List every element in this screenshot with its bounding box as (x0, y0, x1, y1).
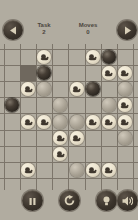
gray-marble (37, 82, 51, 96)
white-snail-marble (118, 66, 132, 80)
white-snail-marble (102, 163, 116, 177)
snail-icon (88, 118, 97, 126)
cell-r7c5[interactable] (69, 146, 85, 162)
next-task-button[interactable] (117, 20, 137, 40)
moves-label: Moves (68, 22, 108, 29)
cell-r3c1[interactable] (4, 81, 20, 97)
snail-icon (88, 53, 97, 61)
left-arrow-icon (9, 26, 18, 35)
cell-r2c5[interactable] (69, 65, 85, 81)
snail-icon (72, 85, 81, 93)
gray-marble (53, 98, 67, 112)
white-snail-marble (21, 163, 35, 177)
cell-r3c5[interactable] (69, 81, 85, 97)
snail-icon (24, 166, 33, 174)
cell-r7c6[interactable] (85, 146, 101, 162)
cell-r4c6[interactable] (85, 97, 101, 113)
cell-r7c8[interactable] (117, 146, 133, 162)
cell-r1c6[interactable] (85, 49, 101, 65)
cell-r5c5[interactable] (69, 114, 85, 130)
cell-r6c8[interactable] (117, 130, 133, 146)
cell-r6c4[interactable] (52, 130, 68, 146)
cell-r1c1[interactable] (4, 49, 20, 65)
cell-r8c3[interactable] (36, 162, 52, 178)
snail-icon (104, 69, 113, 77)
white-snail-marble (53, 147, 67, 161)
task-counter: Task 2 (24, 22, 64, 36)
cell-r7c7[interactable] (101, 146, 117, 162)
snail-icon (88, 166, 97, 174)
white-snail-marble (37, 115, 51, 129)
lightbulb-icon (102, 192, 111, 210)
cell-r1c8[interactable] (117, 49, 133, 65)
cell-r5c3[interactable] (36, 114, 52, 130)
cell-r4c8[interactable] (117, 97, 133, 113)
snail-icon (72, 134, 81, 142)
cell-r1c2[interactable] (20, 49, 36, 65)
white-snail-marble (102, 66, 116, 80)
cell-r2c6[interactable] (85, 65, 101, 81)
task-value: 2 (24, 29, 64, 36)
white-snail-marble (118, 98, 132, 112)
snail-icon (120, 101, 129, 109)
game-screen: Task 2 Moves 0 (0, 0, 138, 220)
board-grid (4, 49, 133, 178)
cell-r1c7[interactable] (101, 49, 117, 65)
cell-r4c2[interactable] (20, 97, 36, 113)
cell-r7c4[interactable] (52, 146, 68, 162)
white-snail-marble (102, 115, 116, 129)
cell-r8c5[interactable] (69, 162, 85, 178)
cell-r4c4[interactable] (52, 97, 68, 113)
gray-marble (53, 115, 67, 129)
cell-r1c4[interactable] (52, 49, 68, 65)
cell-r7c2[interactable] (20, 146, 36, 162)
cell-r8c4[interactable] (52, 162, 68, 178)
cell-r8c8[interactable] (117, 162, 133, 178)
cell-r6c2[interactable] (20, 130, 36, 146)
cell-r8c2[interactable] (20, 162, 36, 178)
hole-square (20, 65, 36, 81)
cell-r4c5[interactable] (69, 97, 85, 113)
cell-r3c4[interactable] (52, 81, 68, 97)
cell-r4c3[interactable] (36, 97, 52, 113)
dark-marble (86, 82, 100, 96)
speaker-icon (122, 192, 133, 210)
cell-r4c1[interactable] (4, 97, 20, 113)
gray-marble (70, 115, 84, 129)
sound-button[interactable] (117, 190, 138, 211)
cell-r1c3[interactable] (36, 49, 52, 65)
dark-marble (5, 98, 19, 112)
white-snail-marble (70, 131, 84, 145)
cell-r2c7[interactable] (101, 65, 117, 81)
cell-r6c6[interactable] (85, 130, 101, 146)
cell-r8c7[interactable] (101, 162, 117, 178)
white-snail-marble (86, 50, 100, 64)
white-snail-marble (118, 115, 132, 129)
cell-r5c4[interactable] (52, 114, 68, 130)
previous-task-button[interactable] (3, 20, 23, 40)
snail-icon (24, 85, 33, 93)
cell-r3c8[interactable] (117, 81, 133, 97)
cell-r7c1[interactable] (4, 146, 20, 162)
moves-counter: Moves 0 (68, 22, 108, 36)
cell-r5c2[interactable] (20, 114, 36, 130)
cell-r6c5[interactable] (69, 130, 85, 146)
dark-marble (102, 50, 116, 64)
snail-icon (104, 118, 113, 126)
cell-r2c3[interactable] (36, 65, 52, 81)
right-arrow-icon (123, 26, 132, 35)
cell-r2c4[interactable] (52, 65, 68, 81)
snail-icon (120, 69, 129, 77)
snail-icon (40, 118, 49, 126)
moves-value: 0 (68, 29, 108, 36)
cell-r7c3[interactable] (36, 146, 52, 162)
cell-r2c1[interactable] (4, 65, 20, 81)
white-snail-marble (86, 163, 100, 177)
cell-r5c7[interactable] (101, 114, 117, 130)
snail-icon (104, 166, 113, 174)
pause-button[interactable] (22, 190, 43, 211)
snail-icon (120, 118, 129, 126)
dark-marble (37, 66, 51, 80)
white-snail-marble (70, 82, 84, 96)
hint-button[interactable] (96, 190, 117, 211)
white-snail-marble (53, 131, 67, 145)
white-snail-marble (21, 82, 35, 96)
cell-r3c2[interactable] (20, 81, 36, 97)
cell-r6c3[interactable] (36, 130, 52, 146)
cell-r5c6[interactable] (85, 114, 101, 130)
task-label: Task (24, 22, 64, 29)
cell-r4c7[interactable] (101, 97, 117, 113)
pause-icon (28, 192, 37, 210)
gray-marble (118, 82, 132, 96)
cell-r3c3[interactable] (36, 81, 52, 97)
cell-r8c1[interactable] (4, 162, 20, 178)
cell-r3c7[interactable] (101, 81, 117, 97)
cell-r6c1[interactable] (4, 130, 20, 146)
gray-marble (102, 98, 116, 112)
cell-r2c8[interactable] (117, 65, 133, 81)
cell-r3c6[interactable] (85, 81, 101, 97)
snail-icon (56, 134, 65, 142)
cell-r8c6[interactable] (85, 162, 101, 178)
snail-icon (56, 150, 65, 158)
cell-r2c2[interactable] (20, 65, 36, 81)
white-snail-marble (37, 50, 51, 64)
gray-marble (118, 131, 132, 145)
snail-icon (40, 53, 49, 61)
cell-r5c1[interactable] (4, 114, 20, 130)
white-snail-marble (21, 115, 35, 129)
restart-icon (64, 192, 75, 210)
restart-button[interactable] (59, 190, 80, 211)
white-snail-marble (86, 115, 100, 129)
cell-r1c5[interactable] (69, 49, 85, 65)
gray-marble (70, 163, 84, 177)
cell-r6c7[interactable] (101, 130, 117, 146)
snail-icon (24, 118, 33, 126)
cell-r5c8[interactable] (117, 114, 133, 130)
